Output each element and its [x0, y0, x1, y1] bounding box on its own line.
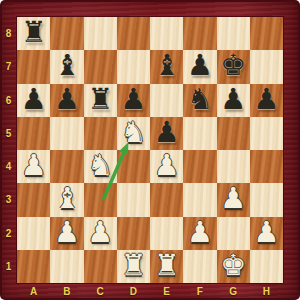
- square-g4[interactable]: [217, 150, 250, 183]
- square-b1[interactable]: [50, 250, 83, 283]
- square-f7[interactable]: ♟: [183, 50, 216, 83]
- square-b3[interactable]: ♝: [50, 183, 83, 216]
- piece-white-pawn-a4[interactable]: ♟: [21, 151, 47, 180]
- rank-label-6: 6: [0, 84, 17, 117]
- square-e8[interactable]: [150, 17, 183, 50]
- chess-board-frame: ♜♝♝♟♚♟♟♜♟♞♟♟♞♟♟♞♟♝♟♟♟♟♟♜♜♚ 87654321 ABCD…: [0, 0, 300, 300]
- piece-black-bishop-e7[interactable]: ♝: [154, 51, 180, 80]
- piece-white-pawn-h2[interactable]: ♟: [253, 218, 279, 247]
- square-h1[interactable]: [250, 250, 283, 283]
- piece-white-pawn-e4[interactable]: ♟: [154, 151, 180, 180]
- square-a1[interactable]: [17, 250, 50, 283]
- piece-black-pawn-h6[interactable]: ♟: [253, 85, 279, 114]
- rank-labels: 87654321: [0, 17, 17, 283]
- square-f2[interactable]: ♟: [183, 217, 216, 250]
- square-d4[interactable]: [117, 150, 150, 183]
- file-label-b: B: [50, 283, 83, 300]
- square-g5[interactable]: [217, 117, 250, 150]
- square-e4[interactable]: ♟: [150, 150, 183, 183]
- square-b2[interactable]: ♟: [50, 217, 83, 250]
- square-e6[interactable]: [150, 84, 183, 117]
- piece-white-pawn-b2[interactable]: ♟: [54, 218, 80, 247]
- file-label-h: H: [250, 283, 283, 300]
- square-g2[interactable]: [217, 217, 250, 250]
- square-g7[interactable]: ♚: [217, 50, 250, 83]
- rank-label-3: 3: [0, 183, 17, 216]
- piece-white-rook-d1[interactable]: ♜: [120, 251, 146, 280]
- square-c5[interactable]: [84, 117, 117, 150]
- square-a6[interactable]: ♟: [17, 84, 50, 117]
- square-h7[interactable]: [250, 50, 283, 83]
- file-label-d: D: [117, 283, 150, 300]
- square-c3[interactable]: [84, 183, 117, 216]
- square-e3[interactable]: [150, 183, 183, 216]
- piece-white-rook-e1[interactable]: ♜: [154, 251, 180, 280]
- file-labels: ABCDEFGH: [17, 283, 283, 300]
- square-b4[interactable]: [50, 150, 83, 183]
- square-a8[interactable]: ♜: [17, 17, 50, 50]
- square-e5[interactable]: ♟: [150, 117, 183, 150]
- square-f4[interactable]: [183, 150, 216, 183]
- square-h6[interactable]: ♟: [250, 84, 283, 117]
- piece-white-king-g1[interactable]: ♚: [220, 251, 246, 280]
- square-h4[interactable]: [250, 150, 283, 183]
- square-a4[interactable]: ♟: [17, 150, 50, 183]
- piece-black-pawn-f7[interactable]: ♟: [187, 51, 213, 80]
- square-f5[interactable]: [183, 117, 216, 150]
- square-c8[interactable]: [84, 17, 117, 50]
- file-label-f: F: [183, 283, 216, 300]
- square-g3[interactable]: ♟: [217, 183, 250, 216]
- square-d8[interactable]: [117, 17, 150, 50]
- file-label-a: A: [17, 283, 50, 300]
- file-label-e: E: [150, 283, 183, 300]
- board-squares: ♜♝♝♟♚♟♟♜♟♞♟♟♞♟♟♞♟♝♟♟♟♟♟♜♜♚: [17, 17, 283, 283]
- square-f3[interactable]: [183, 183, 216, 216]
- square-d2[interactable]: [117, 217, 150, 250]
- square-b8[interactable]: [50, 17, 83, 50]
- piece-black-rook-c6[interactable]: ♜: [87, 85, 113, 114]
- square-h5[interactable]: [250, 117, 283, 150]
- piece-white-knight-c4[interactable]: ♞: [87, 151, 113, 180]
- square-c6[interactable]: ♜: [84, 84, 117, 117]
- piece-white-pawn-g3[interactable]: ♟: [220, 184, 246, 213]
- square-g6[interactable]: ♟: [217, 84, 250, 117]
- square-c2[interactable]: ♟: [84, 217, 117, 250]
- square-h3[interactable]: [250, 183, 283, 216]
- square-e7[interactable]: ♝: [150, 50, 183, 83]
- piece-black-bishop-b7[interactable]: ♝: [54, 51, 80, 80]
- square-a3[interactable]: [17, 183, 50, 216]
- square-h2[interactable]: ♟: [250, 217, 283, 250]
- piece-black-king-g7[interactable]: ♚: [220, 51, 246, 80]
- square-c7[interactable]: [84, 50, 117, 83]
- piece-white-pawn-c2[interactable]: ♟: [87, 218, 113, 247]
- square-e1[interactable]: ♜: [150, 250, 183, 283]
- piece-black-pawn-b6[interactable]: ♟: [54, 85, 80, 114]
- piece-black-pawn-g6[interactable]: ♟: [220, 85, 246, 114]
- square-f8[interactable]: [183, 17, 216, 50]
- square-d3[interactable]: [117, 183, 150, 216]
- square-a7[interactable]: [17, 50, 50, 83]
- piece-white-bishop-b3[interactable]: ♝: [54, 184, 80, 213]
- square-e2[interactable]: [150, 217, 183, 250]
- square-d1[interactable]: ♜: [117, 250, 150, 283]
- rank-label-4: 4: [0, 150, 17, 183]
- file-label-c: C: [84, 283, 117, 300]
- square-g8[interactable]: [217, 17, 250, 50]
- square-a5[interactable]: [17, 117, 50, 150]
- rank-label-7: 7: [0, 50, 17, 83]
- square-g1[interactable]: ♚: [217, 250, 250, 283]
- file-label-g: G: [217, 283, 250, 300]
- piece-white-knight-d5[interactable]: ♞: [120, 118, 146, 147]
- square-b7[interactable]: ♝: [50, 50, 83, 83]
- piece-black-pawn-e5[interactable]: ♟: [154, 118, 180, 147]
- rank-label-1: 1: [0, 250, 17, 283]
- square-b6[interactable]: ♟: [50, 84, 83, 117]
- square-d5[interactable]: ♞: [117, 117, 150, 150]
- square-d6[interactable]: ♟: [117, 84, 150, 117]
- square-h8[interactable]: [250, 17, 283, 50]
- rank-label-2: 2: [0, 217, 17, 250]
- square-c4[interactable]: ♞: [84, 150, 117, 183]
- piece-black-pawn-a6[interactable]: ♟: [21, 85, 47, 114]
- square-f1[interactable]: [183, 250, 216, 283]
- rank-label-8: 8: [0, 17, 17, 50]
- square-f6[interactable]: ♞: [183, 84, 216, 117]
- rank-label-5: 5: [0, 117, 17, 150]
- piece-white-pawn-f2[interactable]: ♟: [187, 218, 213, 247]
- piece-black-pawn-d6[interactable]: ♟: [120, 85, 146, 114]
- square-a2[interactable]: [17, 217, 50, 250]
- square-b5[interactable]: [50, 117, 83, 150]
- piece-black-rook-a8[interactable]: ♜: [21, 18, 47, 47]
- piece-black-knight-f6[interactable]: ♞: [187, 85, 213, 114]
- square-c1[interactable]: [84, 250, 117, 283]
- square-d7[interactable]: [117, 50, 150, 83]
